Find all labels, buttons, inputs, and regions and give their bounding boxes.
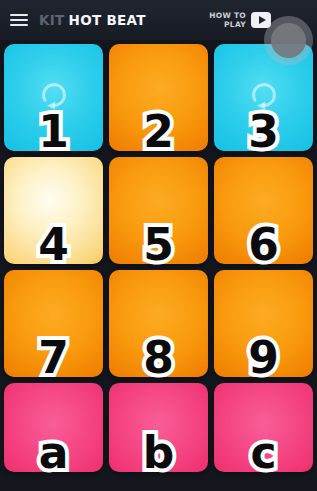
how-to-play-label: HOW TO PLAY [209, 11, 246, 29]
pad-9[interactable]: 9 [214, 270, 313, 377]
hamburger-icon [10, 14, 28, 17]
kit-title: KITHOT BEAT [39, 12, 146, 28]
kit-name: HOT BEAT [69, 12, 146, 28]
pad-c[interactable]: c [214, 383, 313, 472]
floating-circle-button[interactable] [264, 16, 313, 65]
pad-grid: 1 2 3 4 5 6 7 8 9 [0, 40, 317, 472]
pad-label: c [214, 431, 313, 475]
pad-label: 9 [214, 336, 313, 380]
pad-4[interactable]: 4 [4, 157, 103, 264]
pad-label: b [109, 431, 208, 475]
pad-a[interactable]: a [4, 383, 103, 472]
pad-label: 6 [214, 223, 313, 267]
drum-pad-app-screen: KITHOT BEAT HOW TO PLAY 1 2 [0, 0, 317, 491]
pad-label: 8 [109, 336, 208, 380]
pad-b[interactable]: b [109, 383, 208, 472]
pad-label: 3 [214, 110, 313, 154]
pad-5[interactable]: 5 [109, 157, 208, 264]
pad-8[interactable]: 8 [109, 270, 208, 377]
pad-label: 2 [109, 110, 208, 154]
how-to-play-button[interactable]: HOW TO PLAY [209, 11, 271, 29]
pad-1[interactable]: 1 [4, 44, 103, 151]
kit-label: KIT [39, 12, 65, 28]
pad-7[interactable]: 7 [4, 270, 103, 377]
pad-label: 4 [4, 223, 103, 267]
pad-2[interactable]: 2 [109, 44, 208, 151]
pad-label: a [4, 431, 103, 475]
menu-button[interactable] [10, 11, 28, 29]
pad-label: 7 [4, 336, 103, 380]
pad-6[interactable]: 6 [214, 157, 313, 264]
pad-label: 1 [4, 110, 103, 154]
pad-label: 5 [109, 223, 208, 267]
